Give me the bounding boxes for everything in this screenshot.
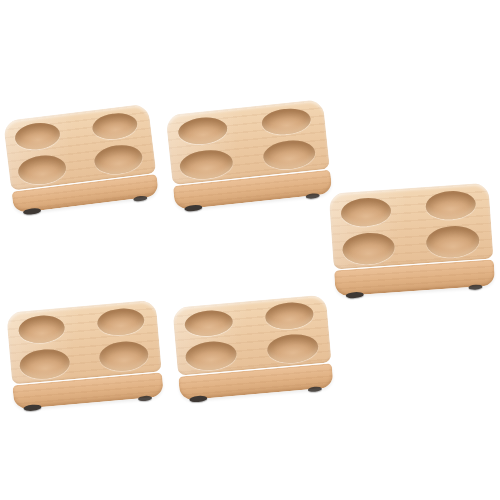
tray-rubber-foot-left — [23, 404, 41, 412]
wooden-tray-right — [329, 183, 496, 297]
tray-rubber-foot-right — [138, 395, 152, 401]
egg-hole-front-right — [93, 142, 144, 176]
egg-hole-front-left — [185, 340, 238, 372]
egg-hole-front-left — [16, 153, 67, 187]
tray-rubber-foot-right — [469, 284, 483, 290]
egg-hole-front-left — [179, 147, 234, 181]
egg-hole-front-right — [266, 332, 319, 364]
egg-hole-back-left — [14, 121, 62, 152]
wooden-tray-top-left — [3, 103, 159, 213]
egg-hole-back-right — [265, 301, 315, 330]
egg-hole-back-left — [177, 116, 228, 147]
egg-hole-back-left — [183, 309, 233, 338]
tray-rubber-foot-left — [189, 395, 207, 403]
egg-hole-front-left — [341, 231, 396, 266]
tray-rubber-foot-right — [306, 193, 320, 199]
egg-hole-back-right — [90, 111, 138, 142]
tray-rubber-foot-right — [133, 195, 148, 202]
tray-rubber-foot-left — [345, 292, 363, 299]
egg-hole-front-left — [18, 347, 70, 381]
egg-hole-back-left — [17, 314, 66, 345]
tray-top-face — [172, 294, 331, 375]
tray-top-face — [329, 183, 494, 270]
egg-hole-front-right — [426, 224, 481, 259]
egg-hole-back-left — [340, 196, 391, 228]
product-photo-stage — [0, 0, 500, 500]
tray-top-face — [6, 300, 162, 385]
wooden-tray-bottom-center — [172, 294, 334, 400]
egg-hole-back-right — [425, 190, 476, 222]
wooden-tray-bottom-left — [6, 300, 164, 410]
egg-hole-front-right — [262, 138, 317, 172]
egg-hole-back-right — [260, 106, 311, 137]
egg-hole-back-right — [96, 307, 145, 338]
tray-rubber-foot-left — [185, 204, 204, 212]
wooden-tray-top-center — [165, 99, 332, 210]
egg-hole-front-right — [98, 339, 150, 373]
tray-rubber-foot-right — [307, 386, 321, 392]
